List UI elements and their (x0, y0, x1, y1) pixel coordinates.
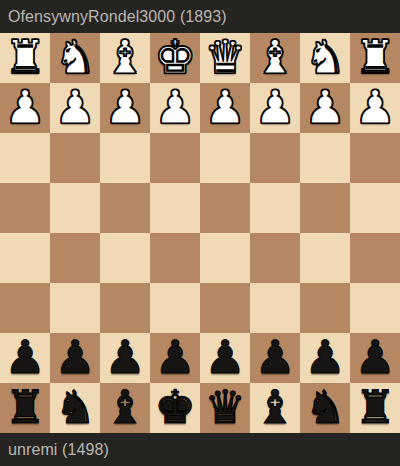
white-bishop-icon[interactable]: ♝ (250, 33, 300, 83)
black-pawn-icon[interactable]: ♟ (150, 333, 200, 383)
square-b5[interactable] (300, 233, 350, 283)
black-rook-icon[interactable]: ♜ (350, 383, 400, 433)
black-pawn-icon[interactable]: ♟ (100, 333, 150, 383)
black-pawn-icon[interactable]: ♟ (250, 333, 300, 383)
square-d8[interactable]: ♛ (200, 383, 250, 433)
square-g4[interactable] (50, 183, 100, 233)
square-e8[interactable]: ♚ (150, 383, 200, 433)
square-a3[interactable] (350, 133, 400, 183)
square-c8[interactable]: ♝ (250, 383, 300, 433)
square-g1[interactable]: ♞ (50, 33, 100, 83)
square-a2[interactable]: ♟ (350, 83, 400, 133)
square-b1[interactable]: ♞ (300, 33, 350, 83)
black-knight-icon[interactable]: ♞ (300, 383, 350, 433)
square-a8[interactable]: ♜ (350, 383, 400, 433)
white-pawn-icon[interactable]: ♟ (150, 83, 200, 133)
square-c2[interactable]: ♟ (250, 83, 300, 133)
square-d1[interactable]: ♛ (200, 33, 250, 83)
square-e6[interactable] (150, 283, 200, 333)
black-pawn-icon[interactable]: ♟ (200, 333, 250, 383)
square-f8[interactable]: ♝ (100, 383, 150, 433)
square-b2[interactable]: ♟ (300, 83, 350, 133)
black-bishop-icon[interactable]: ♝ (100, 383, 150, 433)
white-pawn-icon[interactable]: ♟ (350, 83, 400, 133)
square-a1[interactable]: ♜ (350, 33, 400, 83)
player-bar: unremi (1498) (0, 433, 400, 466)
game-window: OfensywnyRondel3000 (1893) ♜♞♝♚♛♝♞♜♟♟♟♟♟… (0, 0, 400, 466)
square-f3[interactable] (100, 133, 150, 183)
opponent-name-rating: OfensywnyRondel3000 (1893) (8, 8, 227, 26)
square-e4[interactable] (150, 183, 200, 233)
square-h8[interactable]: ♜ (0, 383, 50, 433)
square-d7[interactable]: ♟ (200, 333, 250, 383)
square-e7[interactable]: ♟ (150, 333, 200, 383)
white-pawn-icon[interactable]: ♟ (0, 83, 50, 133)
black-pawn-icon[interactable]: ♟ (0, 333, 50, 383)
white-bishop-icon[interactable]: ♝ (100, 33, 150, 83)
black-king-icon[interactable]: ♚ (150, 383, 200, 433)
square-e3[interactable] (150, 133, 200, 183)
square-b8[interactable]: ♞ (300, 383, 350, 433)
black-bishop-icon[interactable]: ♝ (250, 383, 300, 433)
black-queen-icon[interactable]: ♛ (200, 383, 250, 433)
square-c7[interactable]: ♟ (250, 333, 300, 383)
square-h7[interactable]: ♟ (0, 333, 50, 383)
square-c1[interactable]: ♝ (250, 33, 300, 83)
white-queen-icon[interactable]: ♛ (200, 33, 250, 83)
square-a7[interactable]: ♟ (350, 333, 400, 383)
white-pawn-icon[interactable]: ♟ (100, 83, 150, 133)
square-h2[interactable]: ♟ (0, 83, 50, 133)
square-g3[interactable] (50, 133, 100, 183)
square-f6[interactable] (100, 283, 150, 333)
square-e2[interactable]: ♟ (150, 83, 200, 133)
square-b7[interactable]: ♟ (300, 333, 350, 383)
square-c3[interactable] (250, 133, 300, 183)
square-f2[interactable]: ♟ (100, 83, 150, 133)
opponent-bar: OfensywnyRondel3000 (1893) (0, 0, 400, 33)
square-d2[interactable]: ♟ (200, 83, 250, 133)
white-rook-icon[interactable]: ♜ (350, 33, 400, 83)
white-knight-icon[interactable]: ♞ (300, 33, 350, 83)
square-g5[interactable] (50, 233, 100, 283)
square-h4[interactable] (0, 183, 50, 233)
square-c6[interactable] (250, 283, 300, 333)
white-pawn-icon[interactable]: ♟ (250, 83, 300, 133)
white-pawn-icon[interactable]: ♟ (200, 83, 250, 133)
square-f7[interactable]: ♟ (100, 333, 150, 383)
square-d3[interactable] (200, 133, 250, 183)
square-f4[interactable] (100, 183, 150, 233)
white-rook-icon[interactable]: ♜ (0, 33, 50, 83)
white-pawn-icon[interactable]: ♟ (50, 83, 100, 133)
square-d6[interactable] (200, 283, 250, 333)
square-b3[interactable] (300, 133, 350, 183)
black-pawn-icon[interactable]: ♟ (350, 333, 400, 383)
black-pawn-icon[interactable]: ♟ (50, 333, 100, 383)
square-b4[interactable] (300, 183, 350, 233)
square-c4[interactable] (250, 183, 300, 233)
square-d5[interactable] (200, 233, 250, 283)
square-g6[interactable] (50, 283, 100, 333)
square-h1[interactable]: ♜ (0, 33, 50, 83)
black-knight-icon[interactable]: ♞ (50, 383, 100, 433)
square-f1[interactable]: ♝ (100, 33, 150, 83)
square-f5[interactable] (100, 233, 150, 283)
black-rook-icon[interactable]: ♜ (0, 383, 50, 433)
square-a5[interactable] (350, 233, 400, 283)
square-h3[interactable] (0, 133, 50, 183)
square-d4[interactable] (200, 183, 250, 233)
square-g2[interactable]: ♟ (50, 83, 100, 133)
square-e5[interactable] (150, 233, 200, 283)
square-b6[interactable] (300, 283, 350, 333)
square-e1[interactable]: ♚ (150, 33, 200, 83)
square-h5[interactable] (0, 233, 50, 283)
black-pawn-icon[interactable]: ♟ (300, 333, 350, 383)
player-name-rating: unremi (1498) (8, 441, 109, 459)
square-h6[interactable] (0, 283, 50, 333)
square-a4[interactable] (350, 183, 400, 233)
chess-board: ♜♞♝♚♛♝♞♜♟♟♟♟♟♟♟♟♟♟♟♟♟♟♟♟♜♞♝♚♛♝♞♜ (0, 33, 400, 433)
white-knight-icon[interactable]: ♞ (50, 33, 100, 83)
square-c5[interactable] (250, 233, 300, 283)
square-g7[interactable]: ♟ (50, 333, 100, 383)
square-g8[interactable]: ♞ (50, 383, 100, 433)
white-pawn-icon[interactable]: ♟ (300, 83, 350, 133)
square-a6[interactable] (350, 283, 400, 333)
white-king-icon[interactable]: ♚ (150, 33, 200, 83)
